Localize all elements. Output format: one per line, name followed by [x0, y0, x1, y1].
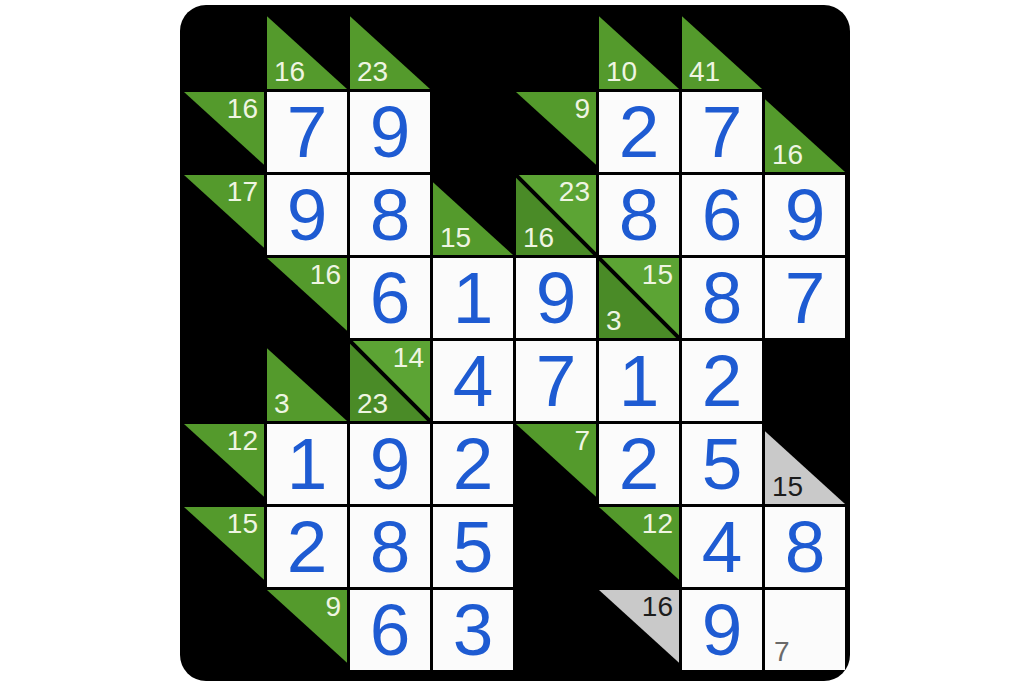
clue-cell-r5c0: 12	[184, 424, 264, 504]
clue-cell-r1c0: 16	[184, 92, 264, 172]
entry-cell-r5c6[interactable]: 5	[682, 424, 762, 504]
cell-value: 6	[702, 175, 743, 255]
clue-cell-r7c5: 16	[599, 590, 679, 670]
cell-value: 7	[785, 258, 826, 338]
black-cell-r7c0	[184, 590, 264, 670]
clue-cell-r5c4: 7	[516, 424, 596, 504]
clue-cell-r3c1: 16	[267, 258, 347, 338]
black-cell-r0c7	[765, 9, 845, 89]
entry-cell-r1c2[interactable]: 9	[350, 92, 430, 172]
cell-value: 8	[370, 175, 411, 255]
clue-cell-r0c5: 10	[599, 9, 679, 89]
cell-value: 4	[453, 341, 494, 421]
entry-cell-r2c7[interactable]: 9	[765, 175, 845, 255]
clue-cell-r2c0: 17	[184, 175, 264, 255]
cell-value: 8	[619, 175, 660, 255]
entry-cell-r5c2[interactable]: 9	[350, 424, 430, 504]
entry-cell-r2c5[interactable]: 8	[599, 175, 679, 255]
entry-cell-r5c5[interactable]: 2	[599, 424, 679, 504]
across-clue-number: 15	[227, 508, 258, 540]
entry-cell-r6c7[interactable]: 8	[765, 507, 845, 587]
pencil-note: 7	[774, 636, 790, 668]
clue-cell-r0c2: 23	[350, 9, 430, 89]
clue-cell-r1c4: 9	[516, 92, 596, 172]
entry-cell-r4c3[interactable]: 4	[433, 341, 513, 421]
across-clue-number: 17	[227, 176, 258, 208]
cell-value: 1	[453, 258, 494, 338]
cell-value: 1	[287, 424, 328, 504]
down-clue-number: 3	[274, 388, 290, 420]
clue-cell-r2c4: 2316	[516, 175, 596, 255]
cell-value: 2	[702, 341, 743, 421]
cell-value: 5	[702, 424, 743, 504]
across-clue-number: 15	[642, 259, 673, 291]
across-clue-number: 16	[310, 259, 341, 291]
black-cell-r4c0	[184, 341, 264, 421]
cell-value: 7	[287, 92, 328, 172]
entry-cell-r1c5[interactable]: 2	[599, 92, 679, 172]
entry-cell-r2c1[interactable]: 9	[267, 175, 347, 255]
across-clue-number: 12	[227, 425, 258, 457]
black-cell-r4c7	[765, 341, 845, 421]
cell-value: 4	[702, 507, 743, 587]
cell-value: 3	[453, 590, 494, 670]
clue-cell-r2c3: 15	[433, 175, 513, 255]
entry-cell-r5c1[interactable]: 1	[267, 424, 347, 504]
entry-cell-r7c6[interactable]: 9	[682, 590, 762, 670]
cell-value: 8	[370, 507, 411, 587]
cell-value: 6	[370, 258, 411, 338]
black-cell-r0c3	[433, 9, 513, 89]
entry-cell-r6c2[interactable]: 8	[350, 507, 430, 587]
black-cell-r0c0	[184, 9, 264, 89]
down-clue-number: 10	[606, 56, 637, 88]
cell-value: 9	[536, 258, 577, 338]
cell-value: 9	[287, 175, 328, 255]
cell-value: 2	[287, 507, 328, 587]
entry-cell-r7c7[interactable]: 7	[765, 590, 845, 670]
entry-cell-r3c6[interactable]: 8	[682, 258, 762, 338]
cell-value: 6	[370, 590, 411, 670]
black-cell-r6c4	[516, 507, 596, 587]
cell-value: 9	[370, 92, 411, 172]
entry-cell-r2c6[interactable]: 6	[682, 175, 762, 255]
across-clue-number: 16	[227, 93, 258, 125]
entry-cell-r7c3[interactable]: 3	[433, 590, 513, 670]
cell-value: 9	[370, 424, 411, 504]
cell-value: 9	[702, 590, 743, 670]
down-clue-number: 16	[274, 56, 305, 88]
entry-cell-r6c6[interactable]: 4	[682, 507, 762, 587]
kakuro-grid: 1623104116799271617981523168691661915387…	[184, 9, 845, 670]
down-clue-number: 16	[523, 222, 554, 254]
down-clue-number: 16	[772, 139, 803, 171]
clue-cell-r6c5: 12	[599, 507, 679, 587]
entry-cell-r3c2[interactable]: 6	[350, 258, 430, 338]
clue-cell-r5c7: 15	[765, 424, 845, 504]
entry-cell-r3c7[interactable]: 7	[765, 258, 845, 338]
entry-cell-r4c5[interactable]: 1	[599, 341, 679, 421]
entry-cell-r6c1[interactable]: 2	[267, 507, 347, 587]
clue-cell-r7c1: 9	[267, 590, 347, 670]
down-clue-number: 3	[606, 305, 622, 337]
clue-cell-r6c0: 15	[184, 507, 264, 587]
across-clue-number: 16	[642, 591, 673, 623]
across-clue-number: 12	[642, 508, 673, 540]
cell-value: 2	[453, 424, 494, 504]
clue-cell-r4c1: 3	[267, 341, 347, 421]
across-clue-number: 23	[559, 176, 590, 208]
cell-value: 8	[702, 258, 743, 338]
clue-cell-r0c6: 41	[682, 9, 762, 89]
entry-cell-r4c6[interactable]: 2	[682, 341, 762, 421]
black-cell-r0c4	[516, 9, 596, 89]
kakuro-screen: 1623104116799271617981523168691661915387…	[0, 0, 1024, 689]
entry-cell-r1c6[interactable]: 7	[682, 92, 762, 172]
cell-value: 1	[619, 341, 660, 421]
across-clue-number: 9	[325, 591, 341, 623]
entry-cell-r4c4[interactable]: 7	[516, 341, 596, 421]
entry-cell-r1c1[interactable]: 7	[267, 92, 347, 172]
entry-cell-r6c3[interactable]: 5	[433, 507, 513, 587]
cell-value: 8	[785, 507, 826, 587]
kakuro-board: 1623104116799271617981523168691661915387…	[180, 5, 850, 681]
black-cell-r7c4	[516, 590, 596, 670]
down-clue-number: 23	[357, 388, 388, 420]
entry-cell-r7c2[interactable]: 6	[350, 590, 430, 670]
cell-value: 2	[619, 92, 660, 172]
clue-cell-r0c1: 16	[267, 9, 347, 89]
down-clue-number: 41	[689, 56, 720, 88]
black-cell-r3c0	[184, 258, 264, 338]
down-clue-number: 15	[772, 471, 803, 503]
entry-cell-r3c3[interactable]: 1	[433, 258, 513, 338]
entry-cell-r5c3[interactable]: 2	[433, 424, 513, 504]
down-clue-number: 23	[357, 56, 388, 88]
entry-cell-r3c4[interactable]: 9	[516, 258, 596, 338]
across-clue-number: 7	[574, 425, 590, 457]
down-clue-number: 15	[440, 222, 471, 254]
clue-cell-r1c7: 16	[765, 92, 845, 172]
cell-value: 9	[785, 175, 826, 255]
cell-value: 5	[453, 507, 494, 587]
cell-value: 7	[536, 341, 577, 421]
entry-cell-r2c2[interactable]: 8	[350, 175, 430, 255]
across-clue-number: 9	[574, 93, 590, 125]
cell-value: 7	[702, 92, 743, 172]
cell-value: 2	[619, 424, 660, 504]
clue-cell-r3c5: 153	[599, 258, 679, 338]
black-cell-r1c3	[433, 92, 513, 172]
clue-cell-r4c2: 1423	[350, 341, 430, 421]
across-clue-number: 14	[393, 342, 424, 374]
